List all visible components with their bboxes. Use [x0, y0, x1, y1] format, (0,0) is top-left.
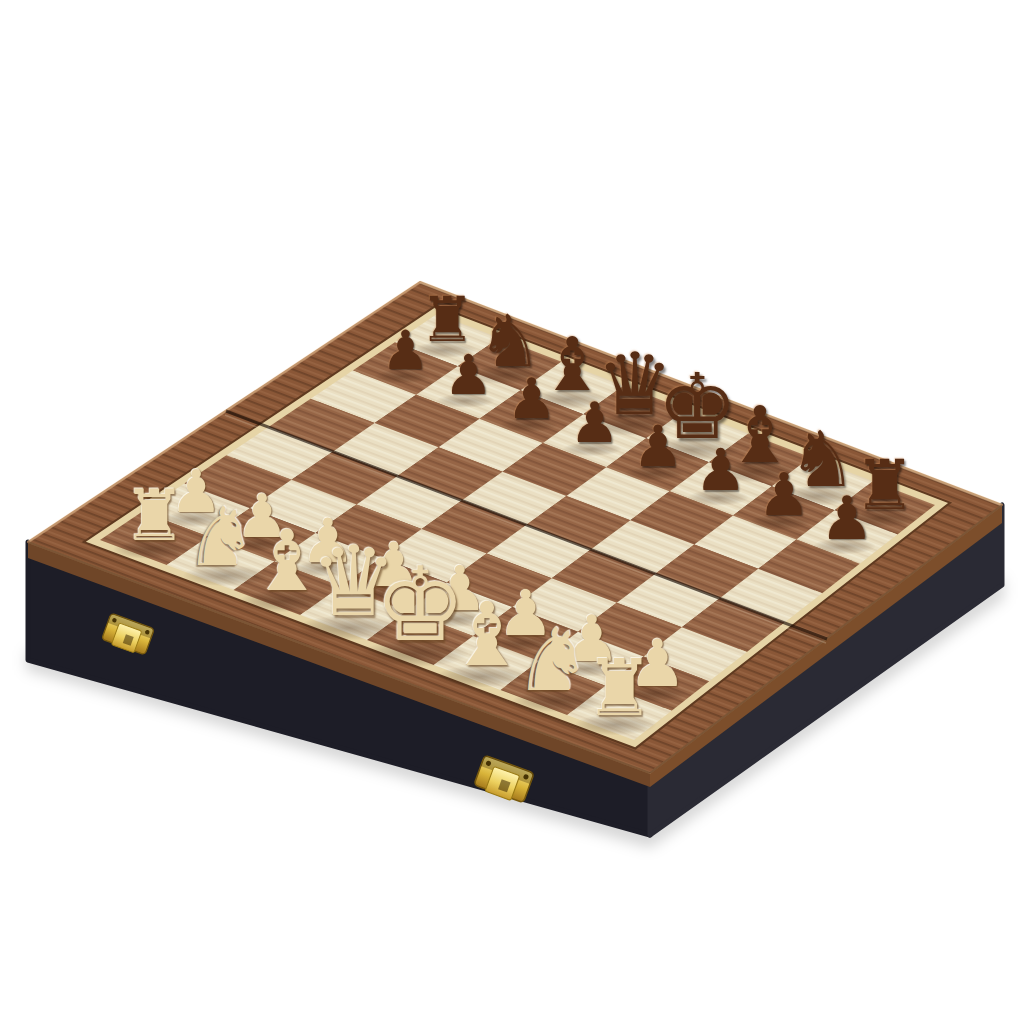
black-pawn-b7: ♟: [444, 347, 493, 402]
black-pawn-f7: ♟: [695, 441, 747, 499]
product-photo-chess-set: ♜♞♝♛♚♝♞♜♟♟♟♟♟♟♟♟♟♟♟♟♟♟♟♟♜♞♝♛♚♝♞♜: [0, 0, 1024, 1024]
white-knight-g1: ♞: [514, 617, 592, 704]
black-pawn-c7: ♟: [506, 371, 556, 427]
black-pawn-h7: ♟: [820, 488, 874, 548]
black-pawn-a7: ♟: [381, 324, 429, 378]
black-pawn-g7: ♟: [757, 465, 810, 524]
white-rook-a1: ♜: [122, 480, 186, 551]
black-pawn-d7: ♟: [570, 395, 620, 451]
white-rook-h1: ♜: [585, 649, 655, 727]
white-knight-b1: ♞: [184, 497, 257, 578]
black-pawn-e7: ♟: [632, 418, 683, 475]
chess-pieces: ♜♞♝♛♚♝♞♜♟♟♟♟♟♟♟♟♟♟♟♟♟♟♟♟♜♞♝♛♚♝♞♜: [0, 0, 1024, 1024]
